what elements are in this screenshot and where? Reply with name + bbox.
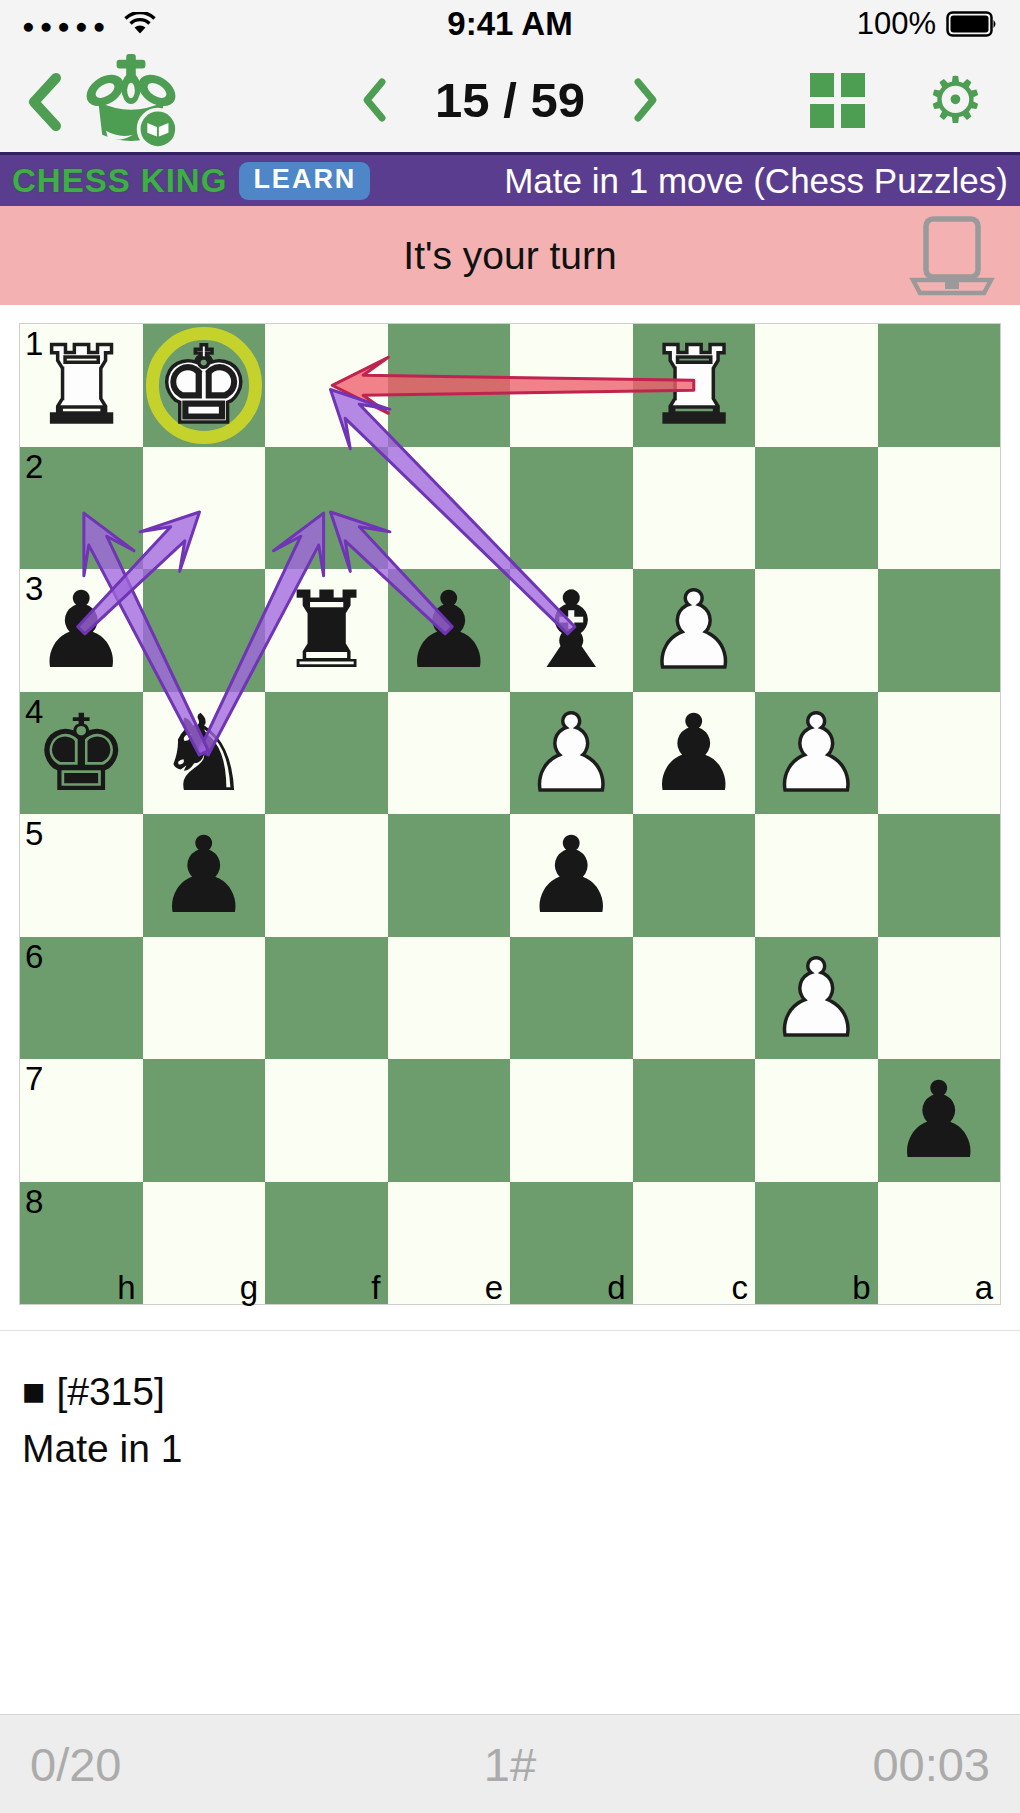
battery-icon xyxy=(946,11,998,37)
black-pawn-h3[interactable]: ♟ xyxy=(20,569,143,692)
course-title: Mate in 1 move (Chess Puzzles) xyxy=(504,161,1008,201)
settings-button[interactable]: ⚙ xyxy=(927,68,984,132)
goal-indicator: 1# xyxy=(0,1737,1020,1792)
status-bar: ●●●●● 9:41 AM 100% xyxy=(0,0,1020,48)
chess-board[interactable]: 12345678hgfedcba ♜♚♜♟♜♟♝♟♚♞♟♟♟♟♟♟♟ xyxy=(19,323,1001,1305)
separator xyxy=(0,1330,1020,1331)
black-pawn-c4[interactable]: ♟ xyxy=(633,692,756,815)
learn-badge: LEARN xyxy=(239,162,370,200)
white-pawn-d4[interactable]: ♟ xyxy=(510,692,633,815)
black-pawn-e3[interactable]: ♟ xyxy=(388,569,511,692)
puzzle-list-button[interactable] xyxy=(810,73,865,128)
app-header: CHESS KING LEARN Mate in 1 move (Chess P… xyxy=(0,152,1020,206)
score-counter: 0/20 xyxy=(30,1737,121,1792)
black-pawn-g5[interactable]: ♟ xyxy=(143,814,266,937)
white-rook-c1[interactable]: ♜ xyxy=(633,324,756,447)
black-rook-f3[interactable]: ♜ xyxy=(265,569,388,692)
puzzle-task: Mate in 1 xyxy=(22,1421,182,1478)
timer: 00:03 xyxy=(872,1737,990,1792)
bottom-status-bar: 0/20 1# 00:03 xyxy=(0,1714,1020,1813)
black-knight-g4[interactable]: ♞ xyxy=(143,692,266,815)
computer-icon[interactable] xyxy=(906,216,998,296)
puzzle-number: [#315] xyxy=(56,1370,164,1413)
puzzle-info: ■ [#315] Mate in 1 xyxy=(22,1364,182,1477)
black-king-h4[interactable]: ♚ xyxy=(20,692,143,815)
battery-percent: 100% xyxy=(857,6,936,42)
white-king-g1[interactable]: ♚ xyxy=(143,324,266,447)
black-pawn-a7[interactable]: ♟ xyxy=(878,1059,1001,1182)
white-pawn-b6[interactable]: ♟ xyxy=(755,937,878,1060)
prev-puzzle-button[interactable] xyxy=(361,76,387,124)
puzzle-counter: 15 / 59 xyxy=(435,72,585,128)
nav-bar: 15 / 59 ⚙ xyxy=(0,48,1020,152)
black-bishop-d3[interactable]: ♝ xyxy=(510,569,633,692)
white-pawn-b4[interactable]: ♟ xyxy=(755,692,878,815)
turn-banner: It's your turn xyxy=(0,206,1020,305)
white-pawn-c3[interactable]: ♟ xyxy=(633,569,756,692)
black-pawn-d5[interactable]: ♟ xyxy=(510,814,633,937)
turn-message: It's your turn xyxy=(0,206,1020,305)
brand-logo-text: CHESS KING xyxy=(12,162,227,200)
side-to-move-marker: ■ xyxy=(22,1370,46,1413)
next-puzzle-button[interactable] xyxy=(633,76,659,124)
white-rook-h1[interactable]: ♜ xyxy=(20,324,143,447)
